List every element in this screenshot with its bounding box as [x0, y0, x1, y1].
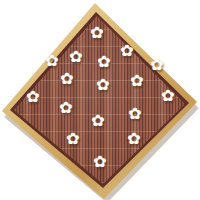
flower-bead[interactable]: ✿ [60, 71, 73, 87]
flower-bead[interactable]: ✿ [97, 54, 110, 70]
flower-bead[interactable]: ✿ [161, 88, 174, 104]
flower-bead[interactable]: ✿ [96, 77, 109, 93]
flower-bead[interactable]: ✿ [26, 89, 39, 105]
flower-bead[interactable]: ✿ [93, 154, 106, 170]
flower-bead[interactable]: ✿ [128, 106, 141, 122]
flower-bead[interactable]: ✿ [127, 131, 140, 147]
bead-tray-photo: ✿✿✿✿✿✿✿✿✿✿✿✿✿✿✿✿✿ [0, 0, 200, 200]
flower-bead[interactable]: ✿ [90, 25, 103, 41]
flower-bead[interactable]: ✿ [45, 53, 58, 69]
beads-layer: ✿✿✿✿✿✿✿✿✿✿✿✿✿✿✿✿✿ [0, 0, 200, 200]
flower-bead[interactable]: ✿ [66, 131, 79, 147]
flower-bead[interactable]: ✿ [130, 73, 143, 89]
flower-bead[interactable]: ✿ [120, 43, 133, 59]
flower-bead[interactable]: ✿ [69, 49, 82, 65]
flower-bead[interactable]: ✿ [59, 100, 72, 116]
flower-bead[interactable]: ✿ [150, 57, 163, 73]
flower-bead[interactable]: ✿ [91, 113, 104, 129]
